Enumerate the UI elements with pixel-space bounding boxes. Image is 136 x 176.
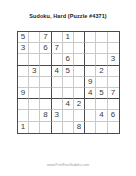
cell-r9c9[interactable] [108, 122, 119, 133]
cell-r7c4[interactable] [52, 99, 63, 110]
cell-r9c6[interactable]: 8 [74, 122, 85, 133]
cell-r4c7[interactable] [85, 66, 96, 77]
cell-r9c8[interactable] [96, 122, 107, 133]
cell-r1c2[interactable] [29, 32, 40, 43]
cell-r8c9[interactable]: 6 [108, 110, 119, 121]
cell-r4c9[interactable] [108, 66, 119, 77]
cell-r6c8[interactable]: 5 [96, 88, 107, 99]
cell-r2c9[interactable] [108, 43, 119, 54]
cell-r3c5[interactable]: 6 [63, 54, 74, 65]
cell-r7c6[interactable]: 2 [74, 99, 85, 110]
cell-r8c5[interactable] [63, 110, 74, 121]
cell-r3c1[interactable] [18, 54, 29, 65]
cell-r5c6[interactable] [74, 77, 85, 88]
cell-r5c7[interactable]: 9 [85, 77, 96, 88]
cell-r9c7[interactable] [85, 122, 96, 133]
cell-r6c7[interactable]: 4 [85, 88, 96, 99]
cell-r7c8[interactable] [96, 99, 107, 110]
cell-r2c8[interactable] [96, 43, 107, 54]
cell-r4c6[interactable] [74, 66, 85, 77]
cell-r5c5[interactable] [63, 77, 74, 88]
cell-r6c5[interactable] [63, 88, 74, 99]
cell-r8c1[interactable] [18, 110, 29, 121]
cell-r1c3[interactable]: 7 [40, 32, 51, 43]
cell-r4c4[interactable]: 4 [52, 66, 63, 77]
cell-r5c8[interactable] [96, 77, 107, 88]
sudoku-board: 5713676334529945742834618 [17, 31, 120, 134]
cell-r8c8[interactable]: 4 [96, 110, 107, 121]
cell-r9c1[interactable]: 1 [18, 122, 29, 133]
cell-r3c9[interactable]: 3 [108, 54, 119, 65]
cell-r8c2[interactable] [29, 110, 40, 121]
cell-r4c3[interactable] [40, 66, 51, 77]
cell-r8c7[interactable] [85, 110, 96, 121]
cell-r3c3[interactable] [40, 54, 51, 65]
cell-r2c4[interactable]: 7 [52, 43, 63, 54]
cell-r4c8[interactable]: 2 [96, 66, 107, 77]
cell-r7c3[interactable] [40, 99, 51, 110]
cell-r5c9[interactable] [108, 77, 119, 88]
cell-r9c2[interactable] [29, 122, 40, 133]
page-title: Sudoku, Hard (Puzzle #4371) [0, 13, 136, 19]
cell-r2c2[interactable] [29, 43, 40, 54]
sudoku-page: Sudoku, Hard (Puzzle #4371) 571367633452… [0, 0, 136, 176]
cell-r3c7[interactable] [85, 54, 96, 65]
cell-r1c5[interactable]: 1 [63, 32, 74, 43]
cell-r7c7[interactable] [85, 99, 96, 110]
cell-r6c4[interactable] [52, 88, 63, 99]
cell-r6c1[interactable]: 9 [18, 88, 29, 99]
cell-r4c2[interactable]: 3 [29, 66, 40, 77]
cell-r7c5[interactable]: 4 [63, 99, 74, 110]
cell-r6c9[interactable]: 7 [108, 88, 119, 99]
cell-r2c5[interactable] [63, 43, 74, 54]
cell-r1c9[interactable] [108, 32, 119, 43]
cell-r3c8[interactable] [96, 54, 107, 65]
cell-r3c6[interactable] [74, 54, 85, 65]
cell-r6c6[interactable] [74, 88, 85, 99]
cell-r5c3[interactable] [40, 77, 51, 88]
cell-r9c5[interactable] [63, 122, 74, 133]
cell-r5c4[interactable] [52, 77, 63, 88]
cell-r3c2[interactable] [29, 54, 40, 65]
cell-r2c7[interactable] [85, 43, 96, 54]
cell-r9c4[interactable] [52, 122, 63, 133]
cell-r1c8[interactable] [96, 32, 107, 43]
cell-r6c2[interactable] [29, 88, 40, 99]
cell-r8c4[interactable]: 3 [52, 110, 63, 121]
cell-r1c1[interactable]: 5 [18, 32, 29, 43]
cell-r2c6[interactable] [74, 43, 85, 54]
cell-r7c9[interactable] [108, 99, 119, 110]
cell-r9c3[interactable] [40, 122, 51, 133]
cell-r1c7[interactable] [85, 32, 96, 43]
cell-r8c6[interactable] [74, 110, 85, 121]
cell-r7c2[interactable] [29, 99, 40, 110]
cell-r4c1[interactable] [18, 66, 29, 77]
cell-r2c1[interactable]: 3 [18, 43, 29, 54]
cell-r7c1[interactable] [18, 99, 29, 110]
cell-r2c3[interactable]: 6 [40, 43, 51, 54]
cell-r5c1[interactable] [18, 77, 29, 88]
cell-r5c2[interactable] [29, 77, 40, 88]
cell-r8c3[interactable]: 8 [40, 110, 51, 121]
cell-r4c5[interactable]: 5 [63, 66, 74, 77]
footer-url: www.PrintFreeSudoku.com [0, 163, 136, 167]
cell-r3c4[interactable] [52, 54, 63, 65]
cell-r6c3[interactable] [40, 88, 51, 99]
cell-r1c6[interactable] [74, 32, 85, 43]
cell-r1c4[interactable] [52, 32, 63, 43]
